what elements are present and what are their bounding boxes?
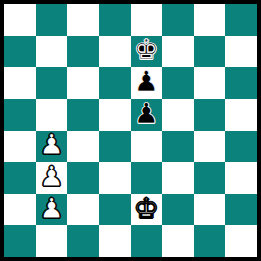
square-e1[interactable] (131, 225, 163, 257)
square-h2[interactable] (225, 194, 257, 226)
square-b2[interactable]: ♟ (36, 194, 68, 226)
square-f5[interactable] (162, 99, 194, 131)
square-d5[interactable] (99, 99, 131, 131)
square-a2[interactable] (4, 194, 36, 226)
square-b3[interactable]: ♟ (36, 162, 68, 194)
chess-board: ♚♟♟♟♟♟♚ (0, 0, 261, 261)
square-b7[interactable] (36, 36, 68, 68)
board-grid: ♚♟♟♟♟♟♚ (4, 4, 257, 257)
piece-black-pawn[interactable]: ♟ (134, 68, 159, 96)
square-f8[interactable] (162, 4, 194, 36)
square-a5[interactable] (4, 99, 36, 131)
square-f7[interactable] (162, 36, 194, 68)
square-a3[interactable] (4, 162, 36, 194)
square-d4[interactable] (99, 131, 131, 163)
square-a4[interactable] (4, 131, 36, 163)
square-e6[interactable]: ♟ (131, 67, 163, 99)
square-a1[interactable] (4, 225, 36, 257)
piece-black-king[interactable]: ♚ (134, 36, 159, 64)
square-e4[interactable] (131, 131, 163, 163)
square-c2[interactable] (67, 194, 99, 226)
square-g2[interactable] (194, 194, 226, 226)
square-e7[interactable]: ♚ (131, 36, 163, 68)
square-g8[interactable] (194, 4, 226, 36)
square-f6[interactable] (162, 67, 194, 99)
piece-black-pawn[interactable]: ♟ (134, 100, 159, 128)
square-c1[interactable] (67, 225, 99, 257)
square-e3[interactable] (131, 162, 163, 194)
square-b8[interactable] (36, 4, 68, 36)
square-g5[interactable] (194, 99, 226, 131)
square-a7[interactable] (4, 36, 36, 68)
square-d6[interactable] (99, 67, 131, 99)
square-c8[interactable] (67, 4, 99, 36)
square-c5[interactable] (67, 99, 99, 131)
square-a8[interactable] (4, 4, 36, 36)
square-g6[interactable] (194, 67, 226, 99)
square-h1[interactable] (225, 225, 257, 257)
piece-white-pawn[interactable]: ♟ (39, 195, 64, 223)
square-d1[interactable] (99, 225, 131, 257)
square-c3[interactable] (67, 162, 99, 194)
square-a6[interactable] (4, 67, 36, 99)
square-b4[interactable]: ♟ (36, 131, 68, 163)
square-g1[interactable] (194, 225, 226, 257)
square-d2[interactable] (99, 194, 131, 226)
square-g7[interactable] (194, 36, 226, 68)
square-g4[interactable] (194, 131, 226, 163)
piece-white-pawn[interactable]: ♟ (39, 131, 64, 159)
square-h8[interactable] (225, 4, 257, 36)
square-e5[interactable]: ♟ (131, 99, 163, 131)
square-f1[interactable] (162, 225, 194, 257)
square-d8[interactable] (99, 4, 131, 36)
square-h7[interactable] (225, 36, 257, 68)
piece-white-pawn[interactable]: ♟ (39, 163, 64, 191)
square-c6[interactable] (67, 67, 99, 99)
square-h4[interactable] (225, 131, 257, 163)
square-d7[interactable] (99, 36, 131, 68)
square-g3[interactable] (194, 162, 226, 194)
square-f4[interactable] (162, 131, 194, 163)
square-c7[interactable] (67, 36, 99, 68)
square-d3[interactable] (99, 162, 131, 194)
square-f3[interactable] (162, 162, 194, 194)
square-f2[interactable] (162, 194, 194, 226)
square-b1[interactable] (36, 225, 68, 257)
square-h3[interactable] (225, 162, 257, 194)
square-h5[interactable] (225, 99, 257, 131)
square-e8[interactable] (131, 4, 163, 36)
square-b6[interactable] (36, 67, 68, 99)
square-c4[interactable] (67, 131, 99, 163)
square-e2[interactable]: ♚ (131, 194, 163, 226)
square-b5[interactable] (36, 99, 68, 131)
piece-white-king[interactable]: ♚ (134, 195, 159, 223)
square-h6[interactable] (225, 67, 257, 99)
